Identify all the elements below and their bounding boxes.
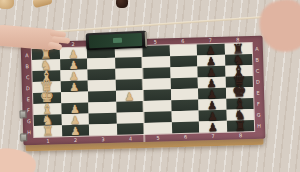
square-h3[interactable] <box>89 124 117 136</box>
square-b5[interactable] <box>142 56 170 68</box>
coordinate-label: A <box>23 49 31 60</box>
square-d4[interactable] <box>115 79 143 91</box>
square-e5[interactable] <box>143 89 171 101</box>
coordinate-label: H <box>255 120 263 131</box>
coordinate-label: B <box>253 54 261 65</box>
coordinate-label: C <box>253 65 261 76</box>
spare-dark-piece-standing <box>116 0 128 8</box>
square-h1[interactable]: ♜ <box>34 125 62 137</box>
coordinates-right: ABCDEFGH <box>253 43 263 131</box>
square-c6[interactable] <box>170 66 198 78</box>
square-c5[interactable] <box>142 67 170 79</box>
square-g6[interactable] <box>171 110 199 122</box>
square-g7[interactable]: ♟ <box>199 110 227 122</box>
square-a2[interactable]: ♟ <box>59 48 87 60</box>
coordinate-label: F <box>254 98 262 109</box>
square-e3[interactable] <box>88 91 116 103</box>
square-b6[interactable] <box>170 55 198 67</box>
square-c7[interactable]: ♟ <box>197 66 225 78</box>
square-d3[interactable] <box>88 80 116 92</box>
square-e7[interactable]: ♟ <box>198 88 226 100</box>
piece-white-pawn[interactable]: ♟ <box>124 91 134 102</box>
square-b4[interactable] <box>115 57 143 69</box>
square-b2[interactable]: ♟ <box>60 59 88 71</box>
square-f2[interactable]: ♟ <box>61 103 89 115</box>
board-maroon-border: 12345678 12345678 ABCDEFGH ABCDEFGH ♜♟♟♜… <box>21 36 266 146</box>
square-f7[interactable]: ♟ <box>198 99 226 111</box>
square-b7[interactable]: ♟ <box>197 55 225 67</box>
piece-white-pawn[interactable]: ♟ <box>70 126 80 137</box>
square-e6[interactable] <box>170 88 198 100</box>
square-g2[interactable]: ♟ <box>61 114 89 126</box>
phone <box>86 31 148 51</box>
coordinate-label: 3 <box>89 136 117 143</box>
photo-scene: { "game": "chess", "scene_description": … <box>0 0 300 172</box>
square-a6[interactable] <box>169 44 197 56</box>
phone-screen <box>89 33 143 48</box>
square-d6[interactable] <box>170 77 198 89</box>
square-h6[interactable] <box>171 121 199 133</box>
square-c3[interactable] <box>87 69 115 81</box>
piece-white-rook[interactable]: ♜ <box>42 125 54 138</box>
square-f6[interactable] <box>171 99 199 111</box>
square-g4[interactable] <box>116 112 144 124</box>
coordinate-label: 4 <box>117 135 145 142</box>
coordinate-label: A <box>253 43 261 54</box>
coordinate-label: D <box>24 82 32 93</box>
phone-screen-icon <box>113 38 122 43</box>
coordinate-label: 5 <box>144 134 172 141</box>
board-latch <box>20 133 27 141</box>
coordinate-label: D <box>254 76 262 87</box>
square-h2[interactable]: ♟ <box>61 125 89 137</box>
square-f5[interactable] <box>143 100 171 112</box>
coordinate-label: C <box>23 71 31 82</box>
chess-board: 12345678 12345678 ABCDEFGH ABCDEFGH ♜♟♟♜… <box>21 36 266 146</box>
square-d7[interactable]: ♟ <box>198 77 226 89</box>
square-c2[interactable]: ♟ <box>60 70 88 82</box>
piece-black-rook[interactable]: ♜ <box>234 119 246 132</box>
square-g5[interactable] <box>144 111 172 123</box>
square-h5[interactable] <box>144 122 172 134</box>
square-h4[interactable] <box>116 123 144 135</box>
board-latch <box>20 110 27 118</box>
square-h8[interactable]: ♜ <box>226 120 254 132</box>
piece-white-pawn[interactable]: ♟ <box>69 82 79 93</box>
coordinate-label: 7 <box>197 37 225 44</box>
coordinate-label: E <box>254 87 262 98</box>
square-f3[interactable] <box>88 102 116 114</box>
coordinate-label: E <box>24 93 32 104</box>
square-g3[interactable] <box>89 113 117 125</box>
square-b3[interactable] <box>87 58 115 70</box>
coordinate-label: 6 <box>169 37 197 44</box>
square-a7[interactable]: ♟ <box>197 44 225 56</box>
coordinate-label: G <box>255 109 263 120</box>
square-d5[interactable] <box>143 78 171 90</box>
square-e4[interactable]: ♟ <box>115 90 143 102</box>
square-c4[interactable] <box>115 68 143 80</box>
piece-black-pawn[interactable]: ♟ <box>208 122 218 133</box>
square-h7[interactable]: ♟ <box>199 121 227 133</box>
coordinate-label: 6 <box>172 133 200 140</box>
coordinate-label: B <box>23 60 31 71</box>
square-d2[interactable]: ♟ <box>60 81 88 93</box>
